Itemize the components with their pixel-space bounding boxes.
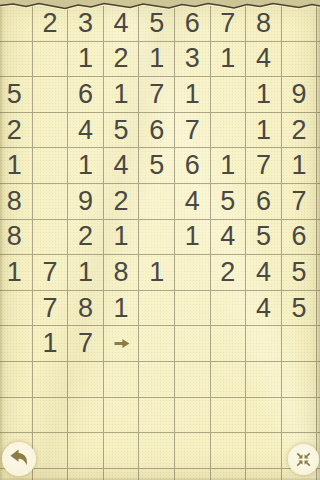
- number-cell[interactable]: 1: [104, 77, 140, 113]
- empty-cell: [68, 469, 104, 480]
- empty-cell: [104, 433, 140, 469]
- number-cell[interactable]: 8: [0, 220, 33, 256]
- empty-cell: [246, 362, 282, 398]
- number-cell[interactable]: 1: [211, 42, 247, 78]
- number-cell[interactable]: 6: [246, 184, 282, 220]
- empty-cell: [139, 220, 175, 256]
- empty-cell: [282, 42, 318, 78]
- number-cell[interactable]: 1: [139, 255, 175, 291]
- number-cell[interactable]: 1: [33, 326, 69, 362]
- empty-cell: [211, 77, 247, 113]
- number-cell[interactable]: 1: [246, 77, 282, 113]
- collapse-button[interactable]: [288, 444, 319, 475]
- number-cell[interactable]: 1: [104, 291, 140, 327]
- empty-cell: [0, 398, 33, 434]
- number-cell[interactable]: 1: [282, 148, 318, 184]
- empty-cell: [139, 433, 175, 469]
- empty-cell: [0, 291, 33, 327]
- number-cell[interactable]: 2: [211, 255, 247, 291]
- number-cell[interactable]: 1: [104, 220, 140, 256]
- empty-cell: [33, 113, 69, 149]
- number-cell[interactable]: 4: [175, 184, 211, 220]
- number-cell[interactable]: 2: [282, 113, 318, 149]
- empty-cell: [175, 398, 211, 434]
- empty-cell: [33, 42, 69, 78]
- empty-cell: [175, 291, 211, 327]
- number-cell[interactable]: 5: [282, 255, 318, 291]
- number-cell[interactable]: 4: [68, 113, 104, 149]
- number-cell[interactable]: 5: [246, 220, 282, 256]
- number-cell[interactable]: 6: [282, 220, 318, 256]
- game-screen: 2345678121314561711924567121145617189245…: [0, 0, 320, 480]
- empty-cell: [0, 362, 33, 398]
- empty-cell: [104, 362, 140, 398]
- empty-cell: [139, 362, 175, 398]
- number-cell[interactable]: 1: [246, 113, 282, 149]
- torn-paper-edge-icon: [0, 0, 320, 13]
- empty-cell: [139, 326, 175, 362]
- number-cell[interactable]: 1: [68, 148, 104, 184]
- number-cell[interactable]: 4: [246, 291, 282, 327]
- empty-cell: [211, 398, 247, 434]
- empty-cell: [246, 433, 282, 469]
- number-cell[interactable]: 8: [68, 291, 104, 327]
- empty-cell: [211, 291, 247, 327]
- empty-cell: [175, 255, 211, 291]
- number-cell[interactable]: 6: [139, 113, 175, 149]
- number-cell[interactable]: 1: [0, 255, 33, 291]
- number-cell[interactable]: 1: [0, 148, 33, 184]
- empty-cell: [175, 326, 211, 362]
- empty-cell: [175, 469, 211, 480]
- number-cell[interactable]: 4: [211, 220, 247, 256]
- number-cell[interactable]: 1: [175, 220, 211, 256]
- empty-cell: [246, 469, 282, 480]
- empty-cell: [33, 398, 69, 434]
- empty-cell: [282, 326, 318, 362]
- number-cell[interactable]: 5: [104, 113, 140, 149]
- empty-cell: [33, 184, 69, 220]
- number-cell[interactable]: 6: [175, 148, 211, 184]
- number-cell[interactable]: 1: [175, 77, 211, 113]
- number-cell[interactable]: 7: [175, 113, 211, 149]
- undo-button[interactable]: [2, 442, 36, 476]
- number-cell[interactable]: 8: [104, 255, 140, 291]
- number-cell[interactable]: 5: [139, 148, 175, 184]
- empty-cell: [211, 326, 247, 362]
- number-grid: 2345678121314561711924567121145617189245…: [0, 6, 320, 480]
- empty-cell: [211, 469, 247, 480]
- collapse-arrows-icon: [294, 450, 313, 469]
- number-cell[interactable]: 2: [68, 220, 104, 256]
- empty-cell: [139, 291, 175, 327]
- number-cell[interactable]: 3: [175, 42, 211, 78]
- empty-cell: [282, 398, 318, 434]
- empty-cell: [0, 42, 33, 78]
- undo-arrow-icon: [8, 448, 31, 471]
- number-cell[interactable]: 5: [0, 77, 33, 113]
- number-cell[interactable]: 9: [282, 77, 318, 113]
- empty-cell: [246, 326, 282, 362]
- empty-cell: [68, 433, 104, 469]
- empty-cell: [33, 148, 69, 184]
- number-cell[interactable]: 1: [139, 42, 175, 78]
- empty-cell: [0, 326, 33, 362]
- empty-cell: [211, 113, 247, 149]
- number-cell[interactable]: 2: [104, 184, 140, 220]
- number-cell[interactable]: 4: [246, 42, 282, 78]
- number-cell[interactable]: 7: [282, 184, 318, 220]
- empty-cell: [246, 398, 282, 434]
- number-cell[interactable]: 6: [68, 77, 104, 113]
- empty-cell: [282, 362, 318, 398]
- empty-cell: [68, 362, 104, 398]
- number-cell[interactable]: 9: [68, 184, 104, 220]
- number-cell[interactable]: 5: [211, 184, 247, 220]
- empty-cell: [33, 433, 69, 469]
- number-cell[interactable]: 5: [282, 291, 318, 327]
- empty-cell: [33, 77, 69, 113]
- empty-cell: [211, 433, 247, 469]
- number-cell[interactable]: 2: [104, 42, 140, 78]
- number-cell[interactable]: 2: [0, 113, 33, 149]
- next-arrow-icon: [104, 326, 140, 362]
- empty-cell: [139, 398, 175, 434]
- number-cell[interactable]: 4: [246, 255, 282, 291]
- empty-cell: [33, 362, 69, 398]
- empty-cell: [211, 362, 247, 398]
- number-cell[interactable]: 7: [33, 291, 69, 327]
- number-cell[interactable]: 1: [68, 255, 104, 291]
- number-cell[interactable]: 7: [68, 326, 104, 362]
- empty-cell: [33, 220, 69, 256]
- empty-cell: [139, 184, 175, 220]
- number-cell[interactable]: 7: [246, 148, 282, 184]
- empty-cell: [104, 469, 140, 480]
- number-cell[interactable]: 7: [139, 77, 175, 113]
- number-cell[interactable]: 4: [104, 148, 140, 184]
- empty-cell: [139, 469, 175, 480]
- empty-cell: [33, 469, 69, 480]
- empty-cell: [175, 433, 211, 469]
- number-cell[interactable]: 8: [0, 184, 33, 220]
- empty-cell: [104, 398, 140, 434]
- empty-cell: [175, 362, 211, 398]
- number-cell[interactable]: 1: [211, 148, 247, 184]
- empty-cell: [68, 398, 104, 434]
- number-cell[interactable]: 7: [33, 255, 69, 291]
- number-cell[interactable]: 1: [68, 42, 104, 78]
